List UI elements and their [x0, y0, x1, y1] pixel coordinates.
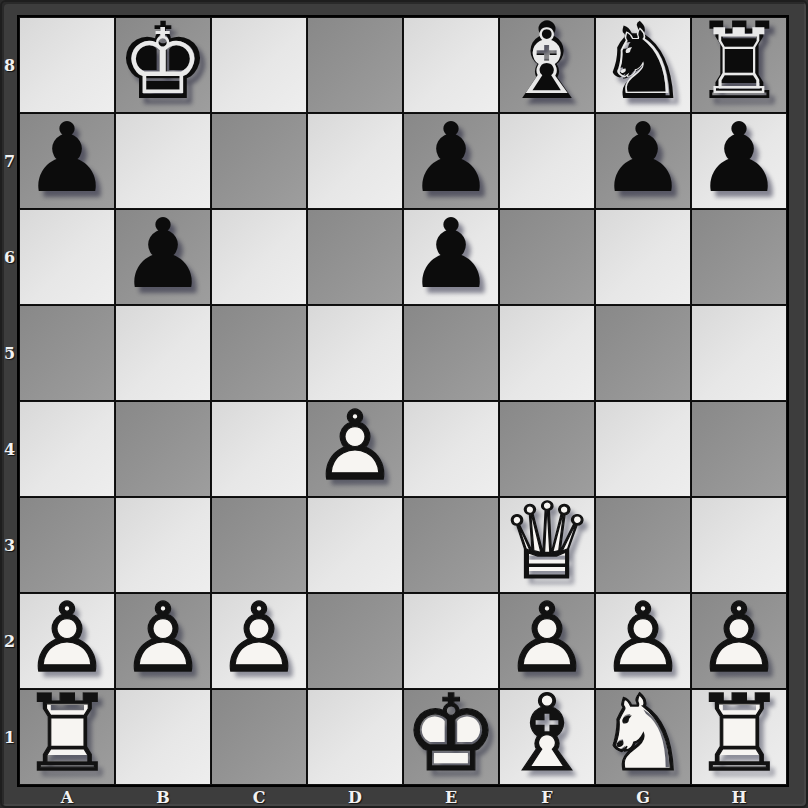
rank-label-4: 4	[2, 401, 17, 497]
square-d6[interactable]	[307, 209, 403, 305]
square-a7[interactable]: ♟	[19, 113, 115, 209]
square-b5[interactable]	[115, 305, 211, 401]
square-c7[interactable]	[211, 113, 307, 209]
file-labels: ABCDEFGH	[19, 787, 787, 807]
black-bishop-piece[interactable]: ♝♗	[499, 17, 595, 113]
black-pawn-piece[interactable]: ♟	[691, 113, 787, 209]
piece-glyph-outline: ♕	[499, 494, 595, 590]
white-queen-piece[interactable]: ♛♕	[499, 497, 595, 593]
square-h1[interactable]: ♜♖	[691, 689, 787, 785]
square-e4[interactable]	[403, 401, 499, 497]
square-e7[interactable]: ♟	[403, 113, 499, 209]
square-f3[interactable]: ♛♕	[499, 497, 595, 593]
file-label-e: E	[403, 787, 499, 807]
white-pawn-piece[interactable]: ♟♙	[115, 593, 211, 689]
piece-glyph-fill: ♟	[19, 110, 115, 206]
black-pawn-piece[interactable]: ♟	[115, 209, 211, 305]
piece-glyph-detail: ♔	[122, 21, 204, 103]
square-d7[interactable]	[307, 113, 403, 209]
rank-label-6: 6	[2, 209, 17, 305]
piece-glyph-fill: ♟	[403, 110, 499, 206]
rank-label-3: 3	[2, 497, 17, 593]
chess-board-frame: ♚♔♝♗♞♘♜♖♟♟♟♟♟♟♟♙♛♕♟♙♟♙♟♙♟♙♟♙♟♙♜♖♚♔♝♗♞♘♜♖…	[0, 0, 808, 808]
square-c8[interactable]	[211, 17, 307, 113]
square-g1[interactable]: ♞♘	[595, 689, 691, 785]
piece-glyph-fill: ♟	[403, 206, 499, 302]
rank-labels: 87654321	[2, 17, 17, 785]
white-pawn-piece[interactable]: ♟♙	[307, 401, 403, 497]
square-f8[interactable]: ♝♗	[499, 17, 595, 113]
square-b2[interactable]: ♟♙	[115, 593, 211, 689]
square-a4[interactable]	[19, 401, 115, 497]
square-g6[interactable]	[595, 209, 691, 305]
piece-glyph-outline: ♖	[691, 686, 787, 782]
piece-glyph-detail: ♗	[506, 21, 588, 103]
piece-glyph-outline: ♖	[19, 686, 115, 782]
square-e8[interactable]	[403, 17, 499, 113]
black-knight-piece[interactable]: ♞♘	[595, 17, 691, 113]
piece-glyph-outline: ♔	[403, 686, 499, 782]
rank-label-1: 1	[2, 689, 17, 785]
white-rook-piece[interactable]: ♜♖	[691, 689, 787, 785]
piece-glyph-fill: ♟	[595, 110, 691, 206]
square-h5[interactable]	[691, 305, 787, 401]
square-f5[interactable]	[499, 305, 595, 401]
white-pawn-piece[interactable]: ♟♙	[211, 593, 307, 689]
rank-label-2: 2	[2, 593, 17, 689]
square-e6[interactable]: ♟	[403, 209, 499, 305]
square-h4[interactable]	[691, 401, 787, 497]
white-bishop-piece[interactable]: ♝♗	[499, 689, 595, 785]
square-h3[interactable]	[691, 497, 787, 593]
square-c2[interactable]: ♟♙	[211, 593, 307, 689]
file-label-f: F	[499, 787, 595, 807]
piece-glyph-outline: ♙	[211, 590, 307, 686]
file-label-b: B	[115, 787, 211, 807]
square-h6[interactable]	[691, 209, 787, 305]
file-label-h: H	[691, 787, 787, 807]
file-label-g: G	[595, 787, 691, 807]
square-b6[interactable]: ♟	[115, 209, 211, 305]
square-g4[interactable]	[595, 401, 691, 497]
square-a3[interactable]	[19, 497, 115, 593]
square-e3[interactable]	[403, 497, 499, 593]
square-g8[interactable]: ♞♘	[595, 17, 691, 113]
piece-glyph-outline: ♙	[307, 398, 403, 494]
square-b7[interactable]	[115, 113, 211, 209]
square-d1[interactable]	[307, 689, 403, 785]
piece-glyph-outline: ♗	[499, 686, 595, 782]
black-rook-piece[interactable]: ♜♖	[691, 17, 787, 113]
square-g5[interactable]	[595, 305, 691, 401]
black-king-piece[interactable]: ♚♔	[115, 17, 211, 113]
square-f6[interactable]	[499, 209, 595, 305]
square-b1[interactable]	[115, 689, 211, 785]
square-a8[interactable]	[19, 17, 115, 113]
square-d2[interactable]	[307, 593, 403, 689]
file-label-d: D	[307, 787, 403, 807]
square-a5[interactable]	[19, 305, 115, 401]
black-pawn-piece[interactable]: ♟	[595, 113, 691, 209]
piece-glyph-outline: ♙	[115, 590, 211, 686]
black-pawn-piece[interactable]: ♟	[403, 209, 499, 305]
file-label-c: C	[211, 787, 307, 807]
square-a1[interactable]: ♜♖	[19, 689, 115, 785]
piece-glyph-detail: ♘	[602, 21, 684, 103]
square-d3[interactable]	[307, 497, 403, 593]
square-c5[interactable]	[211, 305, 307, 401]
piece-glyph-outline: ♘	[595, 686, 691, 782]
square-g7[interactable]: ♟	[595, 113, 691, 209]
file-label-a: A	[19, 787, 115, 807]
square-c6[interactable]	[211, 209, 307, 305]
white-knight-piece[interactable]: ♞♘	[595, 689, 691, 785]
square-b4[interactable]	[115, 401, 211, 497]
square-e1[interactable]: ♚♔	[403, 689, 499, 785]
square-c3[interactable]	[211, 497, 307, 593]
square-f1[interactable]: ♝♗	[499, 689, 595, 785]
square-d8[interactable]	[307, 17, 403, 113]
square-h7[interactable]: ♟	[691, 113, 787, 209]
square-c4[interactable]	[211, 401, 307, 497]
rank-label-5: 5	[2, 305, 17, 401]
black-pawn-piece[interactable]: ♟	[19, 113, 115, 209]
rank-label-7: 7	[2, 113, 17, 209]
square-d4[interactable]: ♟♙	[307, 401, 403, 497]
square-a6[interactable]	[19, 209, 115, 305]
piece-glyph-detail: ♖	[698, 21, 780, 103]
square-b3[interactable]	[115, 497, 211, 593]
square-d5[interactable]	[307, 305, 403, 401]
white-king-piece[interactable]: ♚♔	[403, 689, 499, 785]
board: ♚♔♝♗♞♘♜♖♟♟♟♟♟♟♟♙♛♕♟♙♟♙♟♙♟♙♟♙♟♙♜♖♚♔♝♗♞♘♜♖	[17, 15, 789, 787]
square-e5[interactable]	[403, 305, 499, 401]
square-b8[interactable]: ♚♔	[115, 17, 211, 113]
rank-label-8: 8	[2, 17, 17, 113]
piece-glyph-fill: ♟	[691, 110, 787, 206]
square-h8[interactable]: ♜♖	[691, 17, 787, 113]
square-g3[interactable]	[595, 497, 691, 593]
square-f7[interactable]	[499, 113, 595, 209]
black-pawn-piece[interactable]: ♟	[403, 113, 499, 209]
white-rook-piece[interactable]: ♜♖	[19, 689, 115, 785]
piece-glyph-fill: ♟	[115, 206, 211, 302]
square-c1[interactable]	[211, 689, 307, 785]
